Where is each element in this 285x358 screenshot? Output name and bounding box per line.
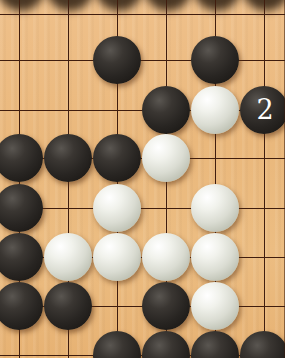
black-stone[interactable] — [0, 233, 43, 281]
black-stone[interactable] — [142, 86, 190, 134]
move-number-label: 2 — [256, 96, 273, 123]
white-stone[interactable] — [142, 134, 190, 182]
white-stone[interactable] — [191, 282, 239, 330]
grid-vline — [264, 0, 265, 358]
black-stone[interactable] — [93, 134, 141, 182]
black-stone[interactable] — [191, 331, 239, 358]
white-stone[interactable] — [93, 184, 141, 232]
go-board[interactable]: 2 — [0, 0, 285, 358]
black-stone[interactable]: 2 — [240, 86, 285, 134]
white-stone[interactable] — [44, 233, 92, 281]
black-stone[interactable] — [142, 331, 190, 358]
black-stone[interactable] — [93, 331, 141, 358]
white-stone[interactable] — [191, 184, 239, 232]
white-stone[interactable] — [93, 233, 141, 281]
black-stone[interactable] — [0, 282, 43, 330]
black-stone[interactable] — [44, 134, 92, 182]
black-stone[interactable] — [93, 36, 141, 84]
offscreen-stone-shadow — [95, 0, 143, 11]
white-stone[interactable] — [191, 86, 239, 134]
go-board-screenshot: 2 — [0, 0, 285, 358]
grid-hline — [0, 60, 285, 61]
black-stone[interactable] — [142, 282, 190, 330]
white-stone[interactable] — [142, 233, 190, 281]
black-stone[interactable] — [191, 36, 239, 84]
black-stone[interactable] — [0, 184, 43, 232]
offscreen-stone-shadow — [193, 0, 241, 11]
black-stone[interactable] — [0, 134, 43, 182]
offscreen-stone-shadow — [144, 0, 192, 11]
offscreen-stone-shadow — [46, 0, 94, 11]
offscreen-stone-shadow — [0, 0, 45, 11]
grid-hline — [0, 14, 285, 15]
black-stone[interactable] — [44, 282, 92, 330]
black-stone[interactable] — [240, 331, 285, 358]
right-edge-line — [284, 0, 285, 358]
white-stone[interactable] — [191, 233, 239, 281]
